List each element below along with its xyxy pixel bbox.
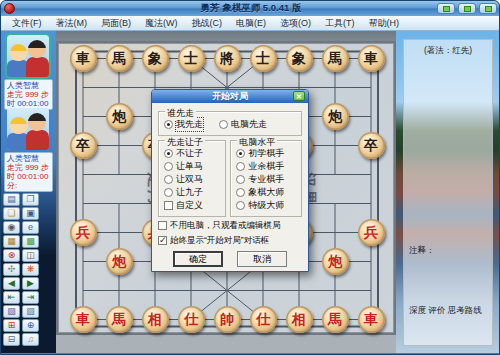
black-player-name: 人类智慧 bbox=[7, 81, 50, 90]
piece-black-chariot[interactable]: 車 bbox=[358, 45, 385, 72]
minimize-button[interactable] bbox=[437, 3, 455, 14]
board-cell-8-1[interactable] bbox=[101, 276, 137, 305]
new-icon[interactable]: ▤ bbox=[3, 193, 20, 206]
piece-black-horse[interactable]: 馬 bbox=[106, 45, 133, 72]
grid-icon[interactable]: ⊟ bbox=[3, 333, 20, 346]
radio-checked-icon[interactable] bbox=[164, 120, 173, 129]
book-icon[interactable]: ◫ bbox=[22, 249, 39, 262]
web-icon[interactable]: e bbox=[22, 221, 39, 234]
group-label: 电脑水平 bbox=[237, 136, 277, 149]
open-icon[interactable]: ❏ bbox=[3, 207, 20, 220]
level-option-4-label: 特级大师 bbox=[248, 199, 284, 212]
title-bar[interactable]: 勇芳 象棋巫师 5.0.41 版 bbox=[1, 1, 500, 16]
app-window: 勇芳 象棋巫师 5.0.41 版 文件(F)著法(M)局面(B)魔法(W)挑战(… bbox=[0, 0, 500, 355]
board-cell-7-1[interactable]: 炮 bbox=[101, 247, 137, 276]
board-cell-9-8[interactable]: 車 bbox=[353, 305, 389, 334]
wheel-icon[interactable]: ✣ bbox=[3, 263, 20, 276]
windows-icon[interactable]: ⊞ bbox=[3, 319, 20, 332]
board-cell-9-3[interactable]: 仕 bbox=[173, 305, 209, 334]
piece-black-cannon[interactable]: 炮 bbox=[322, 103, 349, 130]
board-cell-8-0[interactable] bbox=[65, 276, 101, 305]
red-player-panel: 人类智慧 走完 999 步 时 00:01:00 分: bbox=[4, 152, 53, 192]
right-sidebar: (著法：红先) 注释： 深度 评价 思考路线 bbox=[396, 31, 500, 353]
dialog-title: 开始对局 bbox=[212, 90, 248, 103]
piece-red-advisor[interactable]: 仕 bbox=[178, 306, 205, 333]
board-cell-3-1[interactable] bbox=[101, 131, 137, 160]
radio-unchecked-icon[interactable] bbox=[164, 175, 173, 184]
menu-item-2[interactable]: 局面(B) bbox=[94, 16, 138, 30]
window-title: 勇芳 象棋巫师 5.0.41 版 bbox=[1, 2, 500, 15]
radio-unchecked-icon[interactable] bbox=[164, 162, 173, 171]
board-cell-9-6[interactable]: 相 bbox=[281, 305, 317, 334]
dialog-title-bar[interactable]: 开始对局 ✕ bbox=[152, 90, 308, 103]
piece-red-advisor[interactable]: 仕 bbox=[250, 306, 277, 333]
maximize-button[interactable] bbox=[458, 3, 476, 14]
board-cell-9-0[interactable]: 車 bbox=[65, 305, 101, 334]
app-icon bbox=[4, 3, 15, 14]
menu-item-8[interactable]: 帮助(H) bbox=[362, 16, 407, 30]
board-cell-1-7[interactable] bbox=[317, 73, 353, 102]
board-cell-6-0[interactable]: 兵 bbox=[65, 218, 101, 247]
analysis-labels: 深度 评价 思考路线 bbox=[409, 305, 482, 317]
red-player-score: 分: bbox=[7, 181, 50, 190]
board-cell-1-0[interactable] bbox=[65, 73, 101, 102]
piece-black-horse[interactable]: 馬 bbox=[322, 45, 349, 72]
radio-unchecked-icon[interactable] bbox=[219, 120, 228, 129]
black-player-clock: 时 00:01:00 bbox=[7, 99, 50, 108]
side-toolbar: ▤❐❏▣◉e▦▩⊗◫✣❋◀▶⇤⇥▨▧⊞⊕⊟♫ bbox=[3, 193, 43, 346]
folder-icon[interactable]: ▦ bbox=[3, 235, 20, 248]
back-icon[interactable]: ◀ bbox=[3, 277, 20, 290]
menu-item-7[interactable]: 工具(T) bbox=[318, 16, 362, 30]
board-cell-0-8[interactable]: 車 bbox=[353, 44, 389, 73]
handicap-option-2-label: 让双马 bbox=[176, 173, 203, 186]
board-cell-3-7[interactable] bbox=[317, 131, 353, 160]
radio-unchecked-icon[interactable] bbox=[236, 162, 245, 171]
handicap-option-3-label: 让九子 bbox=[176, 186, 203, 199]
globe-icon[interactable]: ⊕ bbox=[22, 319, 39, 332]
board-cell-0-2[interactable]: 象 bbox=[137, 44, 173, 73]
board-cell-8-5[interactable] bbox=[245, 276, 281, 305]
board-cell-2-0[interactable] bbox=[65, 102, 101, 131]
menu-item-6[interactable]: 选项(O) bbox=[273, 16, 318, 30]
color-wheel-icon[interactable]: ❋ bbox=[22, 263, 39, 276]
group-computer-level: 电脑水平 初学棋手业余棋手专业棋手象棋大师特级大师 bbox=[230, 140, 302, 217]
board-cell-7-8[interactable] bbox=[353, 247, 389, 276]
handicap-option-1-label: 让单马 bbox=[176, 160, 203, 173]
piece-black-soldier[interactable]: 卒 bbox=[70, 132, 97, 159]
move-list-header: (著法：红先) bbox=[404, 45, 492, 57]
menu-item-1[interactable]: 著法(M) bbox=[49, 16, 95, 30]
piece-red-chariot[interactable]: 車 bbox=[70, 306, 97, 333]
cancel-button[interactable]: 取消 bbox=[237, 251, 287, 267]
group-handicap: 先走让子 不让子让单马让双马让九子自定义 bbox=[158, 140, 226, 217]
board-cell-4-0[interactable] bbox=[65, 160, 101, 189]
dialog-checkbox-0[interactable]: 不用电脑，只观看或编辑棋局 bbox=[158, 219, 302, 232]
menu-item-4[interactable]: 挑战(C) bbox=[185, 16, 230, 30]
piece-red-general[interactable]: 帥 bbox=[214, 306, 241, 333]
save-icon[interactable]: ▣ bbox=[22, 207, 39, 220]
image-icon[interactable]: ▩ bbox=[22, 235, 39, 248]
red-player-clock: 时 00:01:00 bbox=[7, 172, 50, 181]
piece-red-cannon[interactable]: 炮 bbox=[106, 248, 133, 275]
level-option-3[interactable]: 象棋大师 bbox=[236, 186, 296, 199]
piece-black-general[interactable]: 將 bbox=[214, 45, 241, 72]
board-cell-2-8[interactable] bbox=[353, 102, 389, 131]
board-cell-7-7[interactable]: 炮 bbox=[317, 247, 353, 276]
menu-item-3[interactable]: 魔法(W) bbox=[138, 16, 185, 30]
board-cell-8-6[interactable] bbox=[281, 276, 317, 305]
window-controls bbox=[437, 3, 497, 14]
radio-checked-icon[interactable] bbox=[164, 149, 173, 158]
close-button[interactable] bbox=[479, 3, 497, 14]
piece-red-soldier[interactable]: 兵 bbox=[70, 219, 97, 246]
board-cell-3-0[interactable]: 卒 bbox=[65, 131, 101, 160]
board-cell-8-8[interactable] bbox=[353, 276, 389, 305]
board-cell-9-4[interactable]: 帥 bbox=[209, 305, 245, 334]
left-sidebar: 人类智慧 走完 999 步 时 00:01:00 人类智慧 走完 999 步 时… bbox=[1, 31, 56, 353]
level-option-1-label: 业余棋手 bbox=[248, 160, 284, 173]
sound-icon[interactable]: ♫ bbox=[22, 333, 39, 346]
piece-black-elephant[interactable]: 象 bbox=[286, 45, 313, 72]
board-cell-8-3[interactable] bbox=[173, 276, 209, 305]
first-move-option-1-label: 电脑先走 bbox=[231, 118, 267, 131]
board-cell-9-5[interactable]: 仕 bbox=[245, 305, 281, 334]
piece-red-cannon[interactable]: 炮 bbox=[322, 248, 349, 275]
board-cell-1-8[interactable] bbox=[353, 73, 389, 102]
start-game-dialog: 开始对局 ✕ 谁先走 我先走电脑先走 先走让子 不让子让单马让双马让九子自定义 … bbox=[151, 89, 309, 272]
radio-unchecked-icon[interactable] bbox=[164, 188, 173, 197]
board-cell-0-7[interactable]: 馬 bbox=[317, 44, 353, 73]
last-move-icon[interactable]: ⇥ bbox=[22, 291, 39, 304]
copy-board-icon[interactable]: ❐ bbox=[22, 193, 39, 206]
dialog-checkbox-0-label: 不用电脑，只观看或编辑棋局 bbox=[170, 220, 281, 232]
red-player-avatar[interactable] bbox=[7, 108, 49, 150]
board-cell-2-1[interactable]: 炮 bbox=[101, 102, 137, 131]
board-cell-7-0[interactable] bbox=[65, 247, 101, 276]
board-cell-9-2[interactable]: 相 bbox=[137, 305, 173, 334]
piece-black-chariot[interactable]: 車 bbox=[70, 45, 97, 72]
piece-red-elephant[interactable]: 相 bbox=[142, 306, 169, 333]
board-cell-6-7[interactable] bbox=[317, 218, 353, 247]
first-move-icon[interactable]: ⇤ bbox=[3, 291, 20, 304]
dialog-checkbox-1[interactable]: 始终显示“开始对局”对话框 bbox=[158, 234, 302, 247]
board-cell-4-8[interactable] bbox=[353, 160, 389, 189]
piece-black-advisor[interactable]: 士 bbox=[250, 45, 277, 72]
radio-checked-icon[interactable] bbox=[236, 149, 245, 158]
radio-unchecked-icon[interactable] bbox=[236, 175, 245, 184]
board-cell-2-7[interactable]: 炮 bbox=[317, 102, 353, 131]
black-player-avatar[interactable] bbox=[7, 35, 49, 77]
black-player-moves: 走完 999 步 bbox=[7, 90, 50, 99]
board-cell-8-7[interactable] bbox=[317, 276, 353, 305]
board-cell-1-1[interactable] bbox=[101, 73, 137, 102]
exit-icon[interactable]: ⊗ bbox=[3, 249, 20, 262]
forward-icon[interactable]: ▶ bbox=[22, 277, 39, 290]
board-cell-0-5[interactable]: 士 bbox=[245, 44, 281, 73]
board-cell-9-1[interactable]: 馬 bbox=[101, 305, 137, 334]
handicap-option-1[interactable]: 让单马 bbox=[164, 160, 220, 173]
piece-red-soldier[interactable]: 兵 bbox=[358, 219, 385, 246]
board-cell-5-0[interactable] bbox=[65, 189, 101, 218]
piece-black-advisor[interactable]: 士 bbox=[178, 45, 205, 72]
level-option-1[interactable]: 业余棋手 bbox=[236, 160, 296, 173]
board-cell-0-1[interactable]: 馬 bbox=[101, 44, 137, 73]
board-cell-5-1[interactable] bbox=[101, 189, 137, 218]
black-player-panel: 人类智慧 走完 999 步 时 00:01:00 bbox=[4, 79, 53, 110]
group-label: 谁先走 bbox=[165, 107, 196, 120]
comment-label: 注释： bbox=[409, 245, 435, 257]
group-who-moves-first: 谁先走 我先走电脑先走 bbox=[158, 111, 302, 136]
board-cell-8-2[interactable] bbox=[137, 276, 173, 305]
camera-icon[interactable]: ◉ bbox=[3, 221, 20, 234]
level-option-2[interactable]: 专业棋手 bbox=[236, 173, 296, 186]
board-cell-0-4[interactable]: 將 bbox=[209, 44, 245, 73]
red-player-name: 人类智慧 bbox=[7, 154, 50, 163]
menu-item-0[interactable]: 文件(F) bbox=[5, 16, 49, 30]
chk-unchecked-icon[interactable] bbox=[164, 201, 173, 210]
group-label: 先走让子 bbox=[165, 136, 205, 149]
piece-style-icon[interactable]: ▧ bbox=[22, 305, 39, 318]
board-cell-6-8[interactable]: 兵 bbox=[353, 218, 389, 247]
board-cell-5-7[interactable] bbox=[317, 189, 353, 218]
piece-black-soldier[interactable]: 卒 bbox=[358, 132, 385, 159]
piece-black-elephant[interactable]: 象 bbox=[142, 45, 169, 72]
board-style-icon[interactable]: ▨ bbox=[3, 305, 20, 318]
board-cell-0-0[interactable]: 車 bbox=[65, 44, 101, 73]
handicap-custom-checkbox-label: 自定义 bbox=[176, 199, 203, 212]
piece-red-chariot[interactable]: 車 bbox=[358, 306, 385, 333]
menu-bar: 文件(F)著法(M)局面(B)魔法(W)挑战(C)电脑(E)选项(O)工具(T)… bbox=[1, 16, 500, 31]
piece-red-horse[interactable]: 馬 bbox=[322, 306, 349, 333]
board-cell-0-3[interactable]: 士 bbox=[173, 44, 209, 73]
radio-unchecked-icon[interactable] bbox=[236, 201, 245, 210]
checkbox-checked-icon[interactable] bbox=[158, 236, 167, 245]
board-cell-3-8[interactable]: 卒 bbox=[353, 131, 389, 160]
dialog-checkbox-1-label: 始终显示“开始对局”对话框 bbox=[170, 235, 269, 247]
ok-button[interactable]: 确定 bbox=[173, 251, 223, 267]
handicap-option-2[interactable]: 让双马 bbox=[164, 173, 220, 186]
board-cell-9-7[interactable]: 馬 bbox=[317, 305, 353, 334]
board-cell-4-1[interactable] bbox=[101, 160, 137, 189]
checkbox-unchecked-icon[interactable] bbox=[158, 221, 167, 230]
handicap-option-3[interactable]: 让九子 bbox=[164, 186, 220, 199]
board-cell-5-8[interactable] bbox=[353, 189, 389, 218]
level-option-4[interactable]: 特级大师 bbox=[236, 199, 296, 212]
board-cell-0-6[interactable]: 象 bbox=[281, 44, 317, 73]
dialog-close-icon[interactable]: ✕ bbox=[293, 91, 305, 101]
piece-black-cannon[interactable]: 炮 bbox=[106, 103, 133, 130]
radio-unchecked-icon[interactable] bbox=[236, 188, 245, 197]
level-option-2-label: 专业棋手 bbox=[248, 173, 284, 186]
piece-red-horse[interactable]: 馬 bbox=[106, 306, 133, 333]
first-move-option-1[interactable]: 电脑先走 bbox=[219, 118, 267, 131]
move-list-panel[interactable]: (著法：红先) 注释： 深度 评价 思考路线 bbox=[403, 39, 493, 346]
board-cell-8-4[interactable] bbox=[209, 276, 245, 305]
board-cell-6-1[interactable] bbox=[101, 218, 137, 247]
handicap-custom-checkbox[interactable]: 自定义 bbox=[164, 199, 220, 212]
board-cell-4-7[interactable] bbox=[317, 160, 353, 189]
level-option-3-label: 象棋大师 bbox=[248, 186, 284, 199]
piece-red-elephant[interactable]: 相 bbox=[286, 306, 313, 333]
red-player-moves: 走完 999 步 bbox=[7, 163, 50, 172]
menu-item-5[interactable]: 电脑(E) bbox=[229, 16, 273, 30]
